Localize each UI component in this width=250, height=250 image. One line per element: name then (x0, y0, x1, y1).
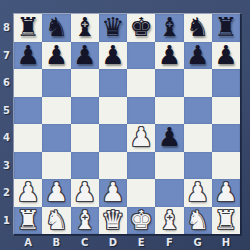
square-h8[interactable]: ♜ (212, 14, 240, 42)
rank-label-1: 1 (0, 207, 13, 235)
black-pawn: ♟ (45, 42, 68, 69)
square-a3[interactable] (14, 152, 42, 180)
square-d1[interactable]: ♛ (99, 207, 127, 235)
square-b2[interactable]: ♟ (42, 179, 70, 207)
white-pawn: ♟ (214, 179, 237, 206)
square-a2[interactable]: ♟ (14, 179, 42, 207)
rank-label-4: 4 (0, 124, 13, 152)
rank-label-8: 8 (0, 14, 13, 42)
black-pawn: ♟ (73, 42, 96, 69)
black-bishop: ♝ (158, 14, 181, 41)
black-pawn: ♟ (214, 42, 237, 69)
white-pawn: ♟ (45, 179, 68, 206)
rank-labels: 87654321 (0, 14, 13, 234)
square-a5[interactable] (14, 97, 42, 125)
file-label-g: G (184, 236, 212, 249)
black-pawn: ♟ (158, 42, 181, 69)
square-f7[interactable]: ♟ (155, 42, 183, 70)
square-a4[interactable] (14, 124, 42, 152)
square-d3[interactable] (99, 152, 127, 180)
white-bishop: ♝ (73, 207, 96, 234)
rank-label-3: 3 (0, 152, 13, 180)
square-g1[interactable]: ♞ (184, 207, 212, 235)
square-f3[interactable] (155, 152, 183, 180)
black-knight: ♞ (186, 14, 209, 41)
chess-diagram: 87654321 ♜♞♝♛♚♝♞♜♟♟♟♟♟♟♟♟♟♟♟♟♟♟♟♜♞♝♛♚♝♞♜… (0, 0, 250, 250)
square-d7[interactable]: ♟ (99, 42, 127, 70)
square-e2[interactable] (127, 179, 155, 207)
rank-label-2: 2 (0, 179, 13, 207)
square-c1[interactable]: ♝ (71, 207, 99, 235)
rank-label-5: 5 (0, 97, 13, 125)
rank-label-7: 7 (0, 42, 13, 70)
square-b4[interactable] (42, 124, 70, 152)
square-c7[interactable]: ♟ (71, 42, 99, 70)
square-f6[interactable] (155, 69, 183, 97)
black-pawn: ♟ (186, 42, 209, 69)
black-rook: ♜ (16, 14, 39, 41)
black-pawn: ♟ (101, 42, 124, 69)
square-e4[interactable]: ♟ (127, 124, 155, 152)
white-knight: ♞ (186, 207, 209, 234)
square-h4[interactable] (212, 124, 240, 152)
square-g6[interactable] (184, 69, 212, 97)
square-h1[interactable]: ♜ (212, 207, 240, 235)
file-label-a: A (14, 236, 42, 249)
square-e6[interactable] (127, 69, 155, 97)
file-label-c: C (71, 236, 99, 249)
white-knight: ♞ (45, 207, 68, 234)
square-b6[interactable] (42, 69, 70, 97)
square-b3[interactable] (42, 152, 70, 180)
file-label-f: F (155, 236, 183, 249)
rank-label-6: 6 (0, 69, 13, 97)
square-b8[interactable]: ♞ (42, 14, 70, 42)
black-pawn: ♟ (158, 124, 181, 151)
square-f2[interactable] (155, 179, 183, 207)
square-g8[interactable]: ♞ (184, 14, 212, 42)
square-b5[interactable] (42, 97, 70, 125)
square-e3[interactable] (127, 152, 155, 180)
square-a7[interactable]: ♟ (14, 42, 42, 70)
square-d6[interactable] (99, 69, 127, 97)
black-bishop: ♝ (73, 14, 96, 41)
square-e1[interactable]: ♚ (127, 207, 155, 235)
square-f1[interactable]: ♝ (155, 207, 183, 235)
square-d4[interactable] (99, 124, 127, 152)
black-king: ♚ (129, 14, 152, 41)
white-pawn: ♟ (16, 179, 39, 206)
square-a6[interactable] (14, 69, 42, 97)
square-e5[interactable] (127, 97, 155, 125)
file-label-h: H (212, 236, 240, 249)
square-b1[interactable]: ♞ (42, 207, 70, 235)
file-label-e: E (127, 236, 155, 249)
white-rook: ♜ (16, 207, 39, 234)
square-f5[interactable] (155, 97, 183, 125)
white-bishop: ♝ (158, 207, 181, 234)
black-rook: ♜ (214, 14, 237, 41)
square-c2[interactable]: ♟ (71, 179, 99, 207)
square-e8[interactable]: ♚ (127, 14, 155, 42)
square-g7[interactable]: ♟ (184, 42, 212, 70)
square-e7[interactable] (127, 42, 155, 70)
file-labels: ABCDEFGH (14, 236, 240, 249)
black-knight: ♞ (45, 14, 68, 41)
square-h5[interactable] (212, 97, 240, 125)
square-f4[interactable]: ♟ (155, 124, 183, 152)
square-a8[interactable]: ♜ (14, 14, 42, 42)
square-c4[interactable] (71, 124, 99, 152)
square-d2[interactable]: ♟ (99, 179, 127, 207)
white-queen: ♛ (101, 207, 124, 234)
square-b7[interactable]: ♟ (42, 42, 70, 70)
square-h2[interactable]: ♟ (212, 179, 240, 207)
white-pawn: ♟ (101, 179, 124, 206)
square-f8[interactable]: ♝ (155, 14, 183, 42)
file-label-d: D (99, 236, 127, 249)
square-c6[interactable] (71, 69, 99, 97)
white-king: ♚ (129, 207, 152, 234)
square-g4[interactable] (184, 124, 212, 152)
square-g5[interactable] (184, 97, 212, 125)
square-g3[interactable] (184, 152, 212, 180)
square-h7[interactable]: ♟ (212, 42, 240, 70)
square-c8[interactable]: ♝ (71, 14, 99, 42)
square-a1[interactable]: ♜ (14, 207, 42, 235)
file-label-b: B (42, 236, 70, 249)
black-pawn: ♟ (16, 42, 39, 69)
black-queen: ♛ (101, 14, 124, 41)
square-h3[interactable] (212, 152, 240, 180)
white-rook: ♜ (214, 207, 237, 234)
square-g2[interactable]: ♟ (184, 179, 212, 207)
white-pawn: ♟ (129, 124, 152, 151)
square-d5[interactable] (99, 97, 127, 125)
square-c5[interactable] (71, 97, 99, 125)
white-pawn: ♟ (73, 179, 96, 206)
square-d8[interactable]: ♛ (99, 14, 127, 42)
white-pawn: ♟ (186, 179, 209, 206)
square-h6[interactable] (212, 69, 240, 97)
square-c3[interactable] (71, 152, 99, 180)
chess-board: ♜♞♝♛♚♝♞♜♟♟♟♟♟♟♟♟♟♟♟♟♟♟♟♜♞♝♛♚♝♞♜ (13, 13, 241, 235)
